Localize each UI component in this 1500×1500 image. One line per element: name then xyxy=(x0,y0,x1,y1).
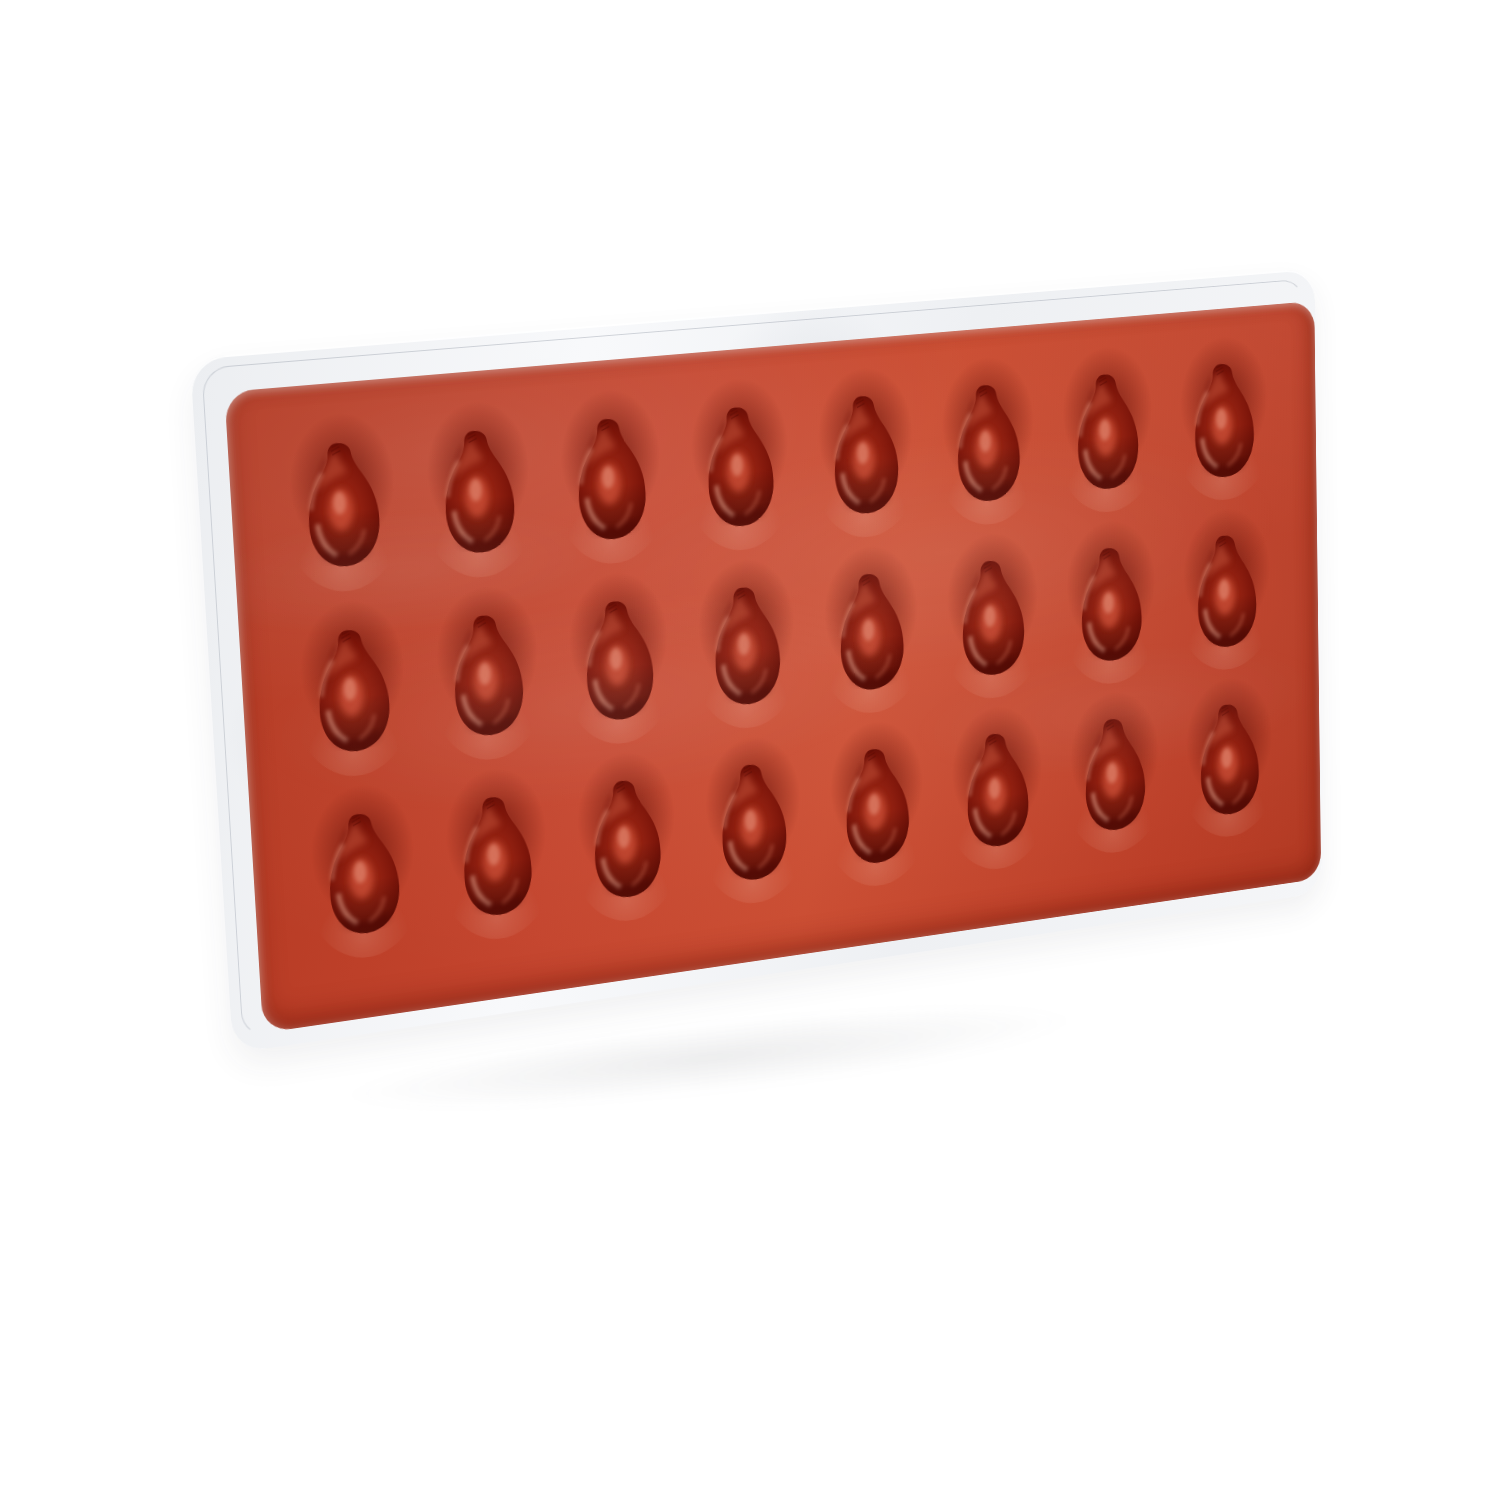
mold-scene xyxy=(190,268,1322,1053)
pear-cavity xyxy=(801,359,931,549)
pear-cavity-graphic xyxy=(1075,705,1156,843)
pear-cavity xyxy=(1047,339,1169,524)
pear-cavity-graphic xyxy=(956,720,1039,860)
pear-cavity xyxy=(1165,329,1283,512)
pear-cavity xyxy=(1171,668,1287,850)
pear-cavity xyxy=(559,742,695,936)
pear-cavity-graphic xyxy=(1187,522,1266,659)
pear-cavity xyxy=(550,563,687,758)
pear-cavity xyxy=(1055,682,1175,866)
pear-cavity-graphic xyxy=(564,405,658,552)
pear-cavity xyxy=(1051,512,1172,697)
pear-cavity xyxy=(925,349,1051,537)
pear-cavity xyxy=(426,757,567,954)
pear-cavity xyxy=(290,774,435,973)
silicone-mold-face xyxy=(224,301,1321,1033)
pear-cavity xyxy=(417,576,559,773)
pear-cavity xyxy=(269,404,417,605)
pear-cavity xyxy=(930,524,1054,711)
pear-cavity xyxy=(1168,500,1285,682)
pear-cavity-graphic xyxy=(573,587,666,733)
pear-cavity-graphic xyxy=(702,573,792,717)
pear-cavity-graphic xyxy=(1190,691,1268,827)
pear-cavity xyxy=(673,370,807,563)
pear-cavity xyxy=(542,381,681,576)
pear-cavity xyxy=(280,590,427,790)
cavity-grid xyxy=(269,329,1288,973)
pear-cavity-graphic xyxy=(314,798,412,947)
pear-cavity-graphic xyxy=(828,560,915,702)
pear-cavity xyxy=(813,711,940,900)
pear-cavity-graphic xyxy=(304,615,403,765)
pear-cavity-graphic xyxy=(695,394,786,539)
pear-cavity-graphic xyxy=(293,429,393,580)
pear-cavity-graphic xyxy=(449,782,544,929)
pear-cavity-graphic xyxy=(440,601,536,749)
pear-cavity-graphic xyxy=(822,383,910,526)
pear-cavity-graphic xyxy=(951,547,1035,688)
pear-cavity xyxy=(680,550,813,742)
pear-cavity-graphic xyxy=(709,750,798,894)
pear-cavity-graphic xyxy=(946,372,1031,513)
pear-cavity xyxy=(935,697,1058,883)
pear-cavity-graphic xyxy=(1184,351,1263,489)
pear-cavity xyxy=(407,392,550,590)
pear-cavity-graphic xyxy=(1071,535,1152,674)
pear-cavity-graphic xyxy=(581,766,673,911)
pear-cavity-graphic xyxy=(834,735,920,877)
product-photo xyxy=(0,0,1500,1500)
pear-cavity xyxy=(687,726,819,917)
pear-cavity xyxy=(807,537,936,727)
pear-cavity-graphic xyxy=(430,417,527,566)
pear-cavity-graphic xyxy=(1067,362,1149,501)
